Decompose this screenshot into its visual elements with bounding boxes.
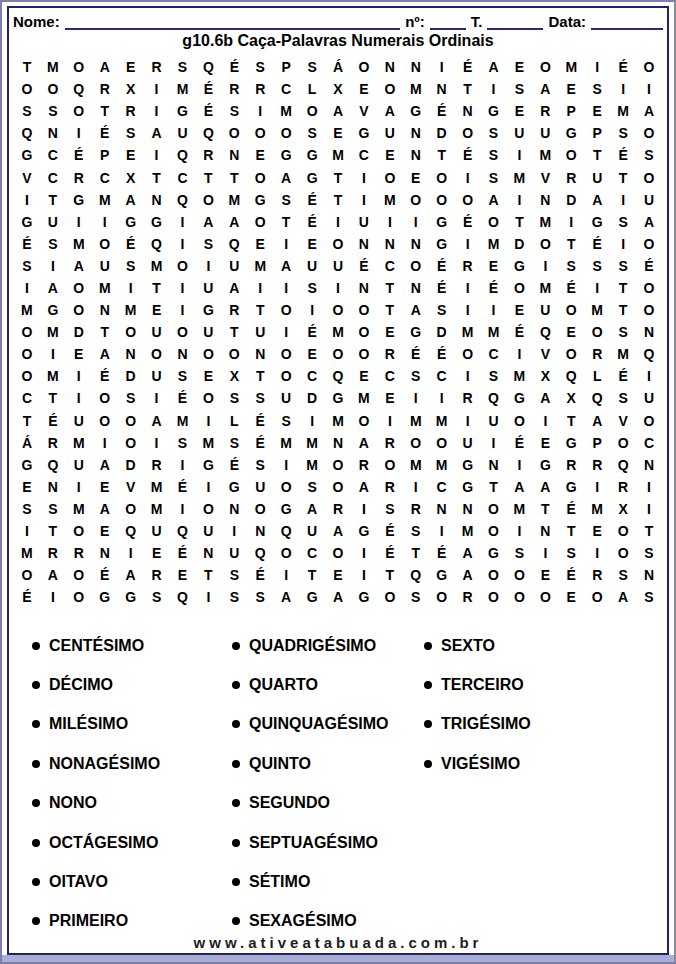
grid-cell[interactable]: E [144, 299, 170, 321]
grid-cell[interactable]: I [584, 277, 610, 299]
grid-cell[interactable]: M [299, 432, 325, 454]
grid-cell[interactable]: O [118, 321, 144, 343]
grid-cell[interactable]: M [14, 299, 40, 321]
grid-cell[interactable]: X [325, 78, 351, 100]
grid-cell[interactable]: X [532, 365, 558, 387]
grid-cell[interactable]: O [636, 233, 662, 255]
grid-cell[interactable]: U [92, 255, 118, 277]
grid-cell[interactable]: U [221, 255, 247, 277]
grid-cell[interactable]: G [429, 564, 455, 586]
grid-cell[interactable]: N [403, 122, 429, 144]
grid-cell[interactable]: É [170, 542, 196, 564]
grid-cell[interactable]: T [506, 211, 532, 233]
grid-cell[interactable]: S [14, 498, 40, 520]
grid-cell[interactable]: N [351, 233, 377, 255]
grid-cell[interactable]: É [247, 564, 273, 586]
grid-cell[interactable]: E [325, 122, 351, 144]
grid-cell[interactable]: É [558, 498, 584, 520]
grid-cell[interactable]: Q [144, 233, 170, 255]
grid-cell[interactable]: G [558, 122, 584, 144]
grid-cell[interactable]: V [532, 166, 558, 188]
grid-cell[interactable]: S [610, 255, 636, 277]
grid-cell[interactable]: N [92, 299, 118, 321]
grid-cell[interactable]: O [636, 299, 662, 321]
grid-cell[interactable]: O [584, 586, 610, 608]
grid-cell[interactable]: M [170, 78, 196, 100]
grid-cell[interactable]: M [532, 211, 558, 233]
grid-cell[interactable]: S [118, 122, 144, 144]
grid-cell[interactable]: N [636, 564, 662, 586]
grid-cell[interactable]: I [14, 277, 40, 299]
grid-cell[interactable]: I [144, 100, 170, 122]
grid-cell[interactable]: E [403, 166, 429, 188]
grid-cell[interactable]: I [273, 321, 299, 343]
grid-cell[interactable]: I [455, 277, 481, 299]
grid-cell[interactable]: R [455, 255, 481, 277]
grid-cell[interactable]: C [299, 365, 325, 387]
grid-cell[interactable]: I [455, 299, 481, 321]
grid-cell[interactable]: T [247, 365, 273, 387]
grid-cell[interactable]: T [558, 410, 584, 432]
grid-cell[interactable]: I [118, 277, 144, 299]
grid-cell[interactable]: O [273, 299, 299, 321]
grid-cell[interactable]: A [455, 542, 481, 564]
grid-cell[interactable]: I [532, 410, 558, 432]
grid-cell[interactable]: E [558, 321, 584, 343]
grid-cell[interactable]: R [351, 454, 377, 476]
grid-cell[interactable]: D [429, 122, 455, 144]
grid-cell[interactable]: E [506, 100, 532, 122]
grid-cell[interactable]: G [14, 211, 40, 233]
grid-cell[interactable]: N [325, 432, 351, 454]
grid-cell[interactable]: G [558, 476, 584, 498]
grid-cell[interactable]: U [636, 387, 662, 409]
grid-cell[interactable]: T [14, 410, 40, 432]
grid-cell[interactable]: I [273, 564, 299, 586]
grid-cell[interactable]: U [532, 122, 558, 144]
grid-cell[interactable]: E [481, 255, 507, 277]
grid-cell[interactable]: E [14, 476, 40, 498]
grid-cell[interactable]: R [118, 100, 144, 122]
grid-cell[interactable]: N [247, 520, 273, 542]
number-blank[interactable] [430, 13, 466, 30]
grid-cell[interactable]: O [118, 498, 144, 520]
grid-cell[interactable]: M [14, 542, 40, 564]
grid-cell[interactable]: G [273, 498, 299, 520]
grid-cell[interactable]: Q [221, 233, 247, 255]
grid-cell[interactable]: E [506, 56, 532, 78]
grid-cell[interactable]: S [610, 564, 636, 586]
grid-cell[interactable]: G [429, 233, 455, 255]
grid-cell[interactable]: U [40, 211, 66, 233]
grid-cell[interactable]: É [14, 233, 40, 255]
grid-cell[interactable]: M [506, 365, 532, 387]
grid-cell[interactable]: É [377, 542, 403, 564]
grid-cell[interactable]: O [195, 343, 221, 365]
grid-cell[interactable]: U [247, 321, 273, 343]
grid-cell[interactable]: Á [325, 56, 351, 78]
grid-cell[interactable]: O [66, 299, 92, 321]
grid-cell[interactable]: S [636, 144, 662, 166]
grid-cell[interactable]: T [247, 299, 273, 321]
grid-cell[interactable]: I [481, 432, 507, 454]
grid-cell[interactable]: I [429, 56, 455, 78]
grid-cell[interactable]: R [195, 144, 221, 166]
grid-cell[interactable]: V [351, 100, 377, 122]
grid-cell[interactable]: I [195, 586, 221, 608]
grid-cell[interactable]: I [455, 233, 481, 255]
grid-cell[interactable]: S [636, 542, 662, 564]
grid-cell[interactable]: T [325, 189, 351, 211]
grid-cell[interactable]: N [532, 189, 558, 211]
grid-cell[interactable]: I [506, 144, 532, 166]
grid-cell[interactable]: O [325, 343, 351, 365]
grid-cell[interactable]: I [247, 277, 273, 299]
grid-cell[interactable]: S [403, 365, 429, 387]
grid-cell[interactable]: U [144, 365, 170, 387]
grid-cell[interactable]: T [455, 78, 481, 100]
grid-cell[interactable]: M [325, 321, 351, 343]
grid-cell[interactable]: Q [610, 454, 636, 476]
grid-cell[interactable]: U [584, 166, 610, 188]
grid-cell[interactable]: I [532, 542, 558, 564]
grid-cell[interactable]: I [481, 78, 507, 100]
grid-cell[interactable]: S [221, 432, 247, 454]
grid-cell[interactable]: O [351, 56, 377, 78]
grid-cell[interactable]: U [195, 321, 221, 343]
grid-cell[interactable]: T [610, 166, 636, 188]
grid-cell[interactable]: T [377, 299, 403, 321]
grid-cell[interactable]: T [40, 387, 66, 409]
grid-cell[interactable]: T [429, 144, 455, 166]
grid-cell[interactable]: S [247, 454, 273, 476]
grid-cell[interactable]: R [221, 299, 247, 321]
grid-cell[interactable]: T [92, 100, 118, 122]
grid-cell[interactable]: G [14, 144, 40, 166]
grid-cell[interactable]: O [247, 211, 273, 233]
grid-cell[interactable]: T [377, 564, 403, 586]
grid-cell[interactable]: I [506, 189, 532, 211]
grid-cell[interactable]: I [299, 410, 325, 432]
grid-cell[interactable]: I [558, 211, 584, 233]
grid-cell[interactable]: N [195, 542, 221, 564]
grid-cell[interactable]: É [14, 586, 40, 608]
grid-cell[interactable]: G [40, 299, 66, 321]
grid-cell[interactable]: M [195, 432, 221, 454]
grid-cell[interactable]: O [532, 586, 558, 608]
grid-cell[interactable]: N [40, 122, 66, 144]
grid-cell[interactable]: É [170, 387, 196, 409]
grid-cell[interactable]: S [506, 78, 532, 100]
grid-cell[interactable]: E [377, 321, 403, 343]
grid-cell[interactable]: S [584, 255, 610, 277]
grid-cell[interactable]: O [558, 144, 584, 166]
grid-cell[interactable]: I [377, 211, 403, 233]
grid-cell[interactable]: I [14, 189, 40, 211]
grid-cell[interactable]: T [92, 321, 118, 343]
grid-cell[interactable]: Q [170, 520, 196, 542]
grid-cell[interactable]: Q [170, 189, 196, 211]
grid-cell[interactable]: I [170, 277, 196, 299]
class-blank[interactable] [487, 13, 543, 30]
grid-cell[interactable]: A [351, 476, 377, 498]
grid-cell[interactable]: I [429, 387, 455, 409]
grid-cell[interactable]: O [66, 520, 92, 542]
grid-cell[interactable]: T [532, 498, 558, 520]
grid-cell[interactable]: A [92, 56, 118, 78]
grid-cell[interactable]: S [403, 586, 429, 608]
grid-cell[interactable]: D [118, 454, 144, 476]
grid-cell[interactable]: S [144, 586, 170, 608]
grid-cell[interactable]: N [429, 78, 455, 100]
grid-cell[interactable]: I [636, 365, 662, 387]
grid-cell[interactable]: M [170, 410, 196, 432]
grid-cell[interactable]: S [247, 56, 273, 78]
grid-cell[interactable]: X [610, 498, 636, 520]
grid-cell[interactable]: I [584, 476, 610, 498]
grid-cell[interactable]: G [299, 586, 325, 608]
grid-cell[interactable]: A [636, 100, 662, 122]
grid-cell[interactable]: M [532, 277, 558, 299]
grid-cell[interactable]: I [351, 542, 377, 564]
grid-cell[interactable]: E [66, 343, 92, 365]
grid-cell[interactable]: T [299, 564, 325, 586]
grid-cell[interactable]: O [40, 78, 66, 100]
grid-cell[interactable]: A [481, 56, 507, 78]
grid-cell[interactable]: S [221, 387, 247, 409]
grid-cell[interactable]: E [195, 365, 221, 387]
grid-cell[interactable]: N [636, 321, 662, 343]
grid-cell[interactable]: O [247, 498, 273, 520]
grid-cell[interactable]: A [92, 454, 118, 476]
grid-cell[interactable]: E [584, 520, 610, 542]
grid-cell[interactable]: M [506, 498, 532, 520]
grid-cell[interactable]: A [92, 343, 118, 365]
grid-cell[interactable]: A [636, 211, 662, 233]
grid-cell[interactable]: O [14, 365, 40, 387]
grid-cell[interactable]: S [118, 387, 144, 409]
grid-cell[interactable]: O [66, 586, 92, 608]
grid-cell[interactable]: U [351, 211, 377, 233]
grid-cell[interactable]: O [299, 100, 325, 122]
grid-cell[interactable]: G [14, 454, 40, 476]
grid-cell[interactable]: A [144, 410, 170, 432]
grid-cell[interactable]: S [299, 476, 325, 498]
grid-cell[interactable]: É [558, 564, 584, 586]
grid-cell[interactable]: I [195, 410, 221, 432]
grid-cell[interactable]: S [610, 321, 636, 343]
grid-cell[interactable]: M [325, 144, 351, 166]
grid-cell[interactable]: É [299, 189, 325, 211]
grid-cell[interactable]: Q [558, 365, 584, 387]
grid-cell[interactable]: R [40, 542, 66, 564]
grid-cell[interactable]: O [195, 387, 221, 409]
grid-cell[interactable]: É [455, 56, 481, 78]
grid-cell[interactable]: É [403, 343, 429, 365]
grid-cell[interactable]: I [532, 255, 558, 277]
grid-cell[interactable]: R [610, 476, 636, 498]
grid-cell[interactable]: S [377, 498, 403, 520]
grid-cell[interactable]: R [558, 454, 584, 476]
grid-cell[interactable]: É [170, 476, 196, 498]
grid-cell[interactable]: A [325, 100, 351, 122]
grid-cell[interactable]: S [403, 520, 429, 542]
grid-cell[interactable]: G [299, 166, 325, 188]
grid-cell[interactable]: I [170, 233, 196, 255]
grid-cell[interactable]: R [144, 454, 170, 476]
grid-cell[interactable]: I [481, 299, 507, 321]
grid-cell[interactable]: É [66, 144, 92, 166]
grid-cell[interactable]: A [221, 277, 247, 299]
grid-cell[interactable]: I [610, 189, 636, 211]
grid-cell[interactable]: G [481, 542, 507, 564]
grid-cell[interactable]: C [40, 144, 66, 166]
grid-cell[interactable]: A [532, 78, 558, 100]
grid-cell[interactable]: X [118, 166, 144, 188]
grid-cell[interactable]: N [532, 520, 558, 542]
grid-cell[interactable]: O [506, 410, 532, 432]
grid-cell[interactable]: A [481, 189, 507, 211]
grid-cell[interactable]: M [610, 100, 636, 122]
grid-cell[interactable]: U [325, 255, 351, 277]
grid-cell[interactable]: M [40, 321, 66, 343]
grid-cell[interactable]: É [506, 321, 532, 343]
grid-cell[interactable]: I [636, 78, 662, 100]
grid-cell[interactable]: D [118, 365, 144, 387]
grid-cell[interactable]: S [273, 410, 299, 432]
grid-cell[interactable]: R [144, 564, 170, 586]
grid-cell[interactable]: C [14, 387, 40, 409]
grid-cell[interactable]: M [610, 343, 636, 365]
grid-cell[interactable]: E [92, 520, 118, 542]
grid-cell[interactable]: O [14, 564, 40, 586]
grid-cell[interactable]: I [455, 410, 481, 432]
grid-cell[interactable]: M [299, 454, 325, 476]
grid-cell[interactable]: I [325, 211, 351, 233]
grid-cell[interactable]: S [118, 255, 144, 277]
grid-cell[interactable]: N [40, 476, 66, 498]
grid-cell[interactable]: V [14, 166, 40, 188]
grid-cell[interactable]: A [351, 432, 377, 454]
grid-cell[interactable]: U [247, 476, 273, 498]
grid-cell[interactable]: U [221, 542, 247, 564]
grid-cell[interactable]: N [403, 56, 429, 78]
grid-cell[interactable]: G [403, 321, 429, 343]
grid-cell[interactable]: M [66, 233, 92, 255]
grid-cell[interactable]: O [351, 343, 377, 365]
grid-cell[interactable]: O [247, 166, 273, 188]
grid-cell[interactable]: O [429, 189, 455, 211]
grid-cell[interactable]: O [481, 498, 507, 520]
grid-cell[interactable]: O [170, 255, 196, 277]
grid-cell[interactable]: A [40, 564, 66, 586]
grid-cell[interactable]: E [377, 387, 403, 409]
grid-cell[interactable]: D [66, 321, 92, 343]
grid-cell[interactable]: É [92, 564, 118, 586]
grid-cell[interactable]: I [506, 343, 532, 365]
grid-cell[interactable]: É [429, 542, 455, 564]
grid-cell[interactable]: C [377, 255, 403, 277]
grid-cell[interactable]: T [610, 299, 636, 321]
grid-cell[interactable]: M [481, 233, 507, 255]
grid-cell[interactable]: Q [66, 78, 92, 100]
grid-cell[interactable]: N [118, 343, 144, 365]
grid-cell[interactable]: M [66, 432, 92, 454]
grid-cell[interactable]: T [610, 277, 636, 299]
grid-cell[interactable]: G [195, 454, 221, 476]
grid-cell[interactable]: É [92, 365, 118, 387]
grid-cell[interactable]: N [429, 498, 455, 520]
grid-cell[interactable]: M [144, 498, 170, 520]
grid-cell[interactable]: I [170, 498, 196, 520]
grid-cell[interactable]: U [170, 122, 196, 144]
grid-cell[interactable]: E [351, 365, 377, 387]
grid-cell[interactable]: T [221, 166, 247, 188]
grid-cell[interactable]: I [170, 211, 196, 233]
grid-cell[interactable]: D [506, 233, 532, 255]
grid-cell[interactable]: I [351, 189, 377, 211]
grid-cell[interactable]: C [273, 78, 299, 100]
grid-cell[interactable]: N [221, 498, 247, 520]
grid-cell[interactable]: G [351, 586, 377, 608]
grid-cell[interactable]: R [377, 432, 403, 454]
grid-cell[interactable]: N [221, 144, 247, 166]
grid-cell[interactable]: U [195, 277, 221, 299]
grid-cell[interactable]: O [195, 498, 221, 520]
grid-cell[interactable]: G [170, 100, 196, 122]
grid-cell[interactable]: I [273, 454, 299, 476]
grid-cell[interactable]: O [170, 321, 196, 343]
grid-cell[interactable]: S [170, 432, 196, 454]
grid-cell[interactable]: E [118, 56, 144, 78]
grid-cell[interactable]: A [584, 410, 610, 432]
grid-cell[interactable]: É [429, 343, 455, 365]
grid-cell[interactable]: I [144, 432, 170, 454]
grid-cell[interactable]: U [299, 520, 325, 542]
grid-cell[interactable]: U [144, 520, 170, 542]
grid-cell[interactable]: I [351, 166, 377, 188]
grid-cell[interactable]: S [481, 365, 507, 387]
grid-cell[interactable]: A [40, 277, 66, 299]
grid-cell[interactable]: R [377, 476, 403, 498]
grid-cell[interactable]: O [455, 189, 481, 211]
grid-cell[interactable]: I [144, 387, 170, 409]
grid-cell[interactable]: O [481, 211, 507, 233]
grid-cell[interactable]: O [325, 454, 351, 476]
grid-cell[interactable]: É [377, 520, 403, 542]
grid-cell[interactable]: R [325, 498, 351, 520]
grid-cell[interactable]: I [66, 476, 92, 498]
grid-cell[interactable]: N [455, 498, 481, 520]
grid-cell[interactable]: A [610, 586, 636, 608]
grid-cell[interactable]: O [325, 542, 351, 564]
grid-cell[interactable]: G [558, 432, 584, 454]
grid-cell[interactable]: G [481, 100, 507, 122]
grid-cell[interactable]: Q [247, 542, 273, 564]
grid-cell[interactable]: C [481, 343, 507, 365]
grid-cell[interactable]: N [351, 277, 377, 299]
grid-cell[interactable]: O [66, 56, 92, 78]
grid-cell[interactable]: E [247, 144, 273, 166]
grid-cell[interactable]: O [273, 122, 299, 144]
grid-cell[interactable]: I [455, 365, 481, 387]
grid-cell[interactable]: S [273, 189, 299, 211]
grid-cell[interactable]: O [221, 122, 247, 144]
grid-cell[interactable]: A [325, 586, 351, 608]
grid-cell[interactable]: U [506, 122, 532, 144]
grid-cell[interactable]: Q [170, 144, 196, 166]
grid-cell[interactable]: C [299, 542, 325, 564]
